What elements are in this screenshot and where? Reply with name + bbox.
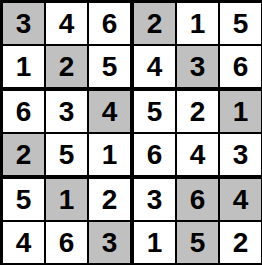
cell-r1c3[interactable]: 6 <box>89 3 130 44</box>
cell-r1c2[interactable]: 4 <box>46 3 87 44</box>
cell-r5c2[interactable]: 1 <box>46 179 87 220</box>
cell-r6c3[interactable]: 3 <box>89 222 130 263</box>
cell-r5c1[interactable]: 5 <box>3 179 44 220</box>
cell-r3c2[interactable]: 3 <box>46 91 87 132</box>
cell-r6c5[interactable]: 5 <box>177 222 218 263</box>
cell-r5c4[interactable]: 3 <box>134 179 175 220</box>
cell-r3c4[interactable]: 5 <box>134 91 175 132</box>
cell-r4c6[interactable]: 3 <box>220 134 261 175</box>
cell-r1c1[interactable]: 3 <box>3 3 44 44</box>
cell-r4c3[interactable]: 1 <box>89 134 130 175</box>
cell-r4c5[interactable]: 4 <box>177 134 218 175</box>
cell-r3c1[interactable]: 6 <box>3 91 44 132</box>
cell-r5c5[interactable]: 6 <box>177 179 218 220</box>
cell-r2c5[interactable]: 3 <box>177 46 218 87</box>
cell-r6c2[interactable]: 6 <box>46 222 87 263</box>
cell-r2c2[interactable]: 2 <box>46 46 87 87</box>
cell-r2c4[interactable]: 4 <box>134 46 175 87</box>
cell-r1c5[interactable]: 1 <box>177 3 218 44</box>
cell-r6c4[interactable]: 1 <box>134 222 175 263</box>
cell-r2c6[interactable]: 6 <box>220 46 261 87</box>
cell-r2c1[interactable]: 1 <box>3 46 44 87</box>
cell-r5c6[interactable]: 4 <box>220 179 261 220</box>
cell-r1c4[interactable]: 2 <box>134 3 175 44</box>
cell-r4c4[interactable]: 6 <box>134 134 175 175</box>
cell-r3c3[interactable]: 4 <box>89 91 130 132</box>
sudoku-board: 346215125436634521251643512364463152 <box>0 0 262 265</box>
cell-r5c3[interactable]: 2 <box>89 179 130 220</box>
cell-r6c6[interactable]: 2 <box>220 222 261 263</box>
cell-r4c1[interactable]: 2 <box>3 134 44 175</box>
cell-r6c1[interactable]: 4 <box>3 222 44 263</box>
cell-r4c2[interactable]: 5 <box>46 134 87 175</box>
cell-r3c5[interactable]: 2 <box>177 91 218 132</box>
cell-r3c6[interactable]: 1 <box>220 91 261 132</box>
cell-r1c6[interactable]: 5 <box>220 3 261 44</box>
cell-r2c3[interactable]: 5 <box>89 46 130 87</box>
